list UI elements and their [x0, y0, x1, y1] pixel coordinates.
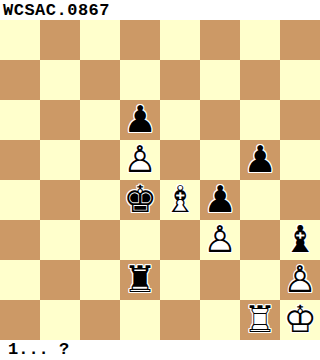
square-h3[interactable]: ♝ [280, 220, 320, 260]
black-pawn: ♟ [120, 100, 160, 140]
square-c8[interactable] [80, 20, 120, 60]
square-a8[interactable] [0, 20, 40, 60]
square-e6[interactable] [160, 100, 200, 140]
square-e7[interactable] [160, 60, 200, 100]
white-rook: ♜♖ [240, 300, 280, 340]
square-c2[interactable] [80, 260, 120, 300]
white-rook-outline: ♖ [240, 300, 280, 340]
square-d5[interactable]: ♟♙ [120, 140, 160, 180]
black-bishop-glyph: ♝ [280, 220, 320, 260]
square-h1[interactable]: ♚♔ [280, 300, 320, 340]
square-e8[interactable] [160, 20, 200, 60]
puzzle-id: WCSAC.0867 [0, 0, 320, 20]
square-d3[interactable] [120, 220, 160, 260]
black-pawn-glyph: ♟ [120, 100, 160, 140]
square-d2[interactable]: ♜ [120, 260, 160, 300]
square-f1[interactable] [200, 300, 240, 340]
square-f4[interactable]: ♟ [200, 180, 240, 220]
square-a3[interactable] [0, 220, 40, 260]
square-g8[interactable] [240, 20, 280, 60]
white-king-outline: ♔ [280, 300, 320, 340]
square-d4[interactable]: ♚ [120, 180, 160, 220]
square-g5[interactable]: ♟ [240, 140, 280, 180]
square-c3[interactable] [80, 220, 120, 260]
square-d6[interactable]: ♟ [120, 100, 160, 140]
square-f6[interactable] [200, 100, 240, 140]
white-king: ♚♔ [280, 300, 320, 340]
black-pawn-glyph: ♟ [240, 140, 280, 180]
square-c7[interactable] [80, 60, 120, 100]
square-e4[interactable]: ♝♗ [160, 180, 200, 220]
square-a6[interactable] [0, 100, 40, 140]
square-d7[interactable] [120, 60, 160, 100]
black-rook-glyph: ♜ [120, 260, 160, 300]
white-pawn: ♟♙ [200, 220, 240, 260]
square-c4[interactable] [80, 180, 120, 220]
square-a1[interactable] [0, 300, 40, 340]
square-d1[interactable] [120, 300, 160, 340]
black-rook: ♜ [120, 260, 160, 300]
black-bishop: ♝ [280, 220, 320, 260]
square-h8[interactable] [280, 20, 320, 60]
square-b7[interactable] [40, 60, 80, 100]
black-king: ♚ [120, 180, 160, 220]
square-e1[interactable] [160, 300, 200, 340]
move-prompt: 1... ? [0, 340, 320, 360]
black-king-glyph: ♚ [120, 180, 160, 220]
black-pawn: ♟ [200, 180, 240, 220]
square-g1[interactable]: ♜♖ [240, 300, 280, 340]
square-g7[interactable] [240, 60, 280, 100]
square-e2[interactable] [160, 260, 200, 300]
chess-diagram-page: WCSAC.0867 ♟♟♙♟♚♝♗♟♟♙♝♜♟♙♜♖♚♔ 1... ? [0, 0, 320, 360]
square-b8[interactable] [40, 20, 80, 60]
square-f2[interactable] [200, 260, 240, 300]
square-e5[interactable] [160, 140, 200, 180]
white-pawn-outline: ♙ [120, 140, 160, 180]
white-pawn-outline: ♙ [200, 220, 240, 260]
square-b5[interactable] [40, 140, 80, 180]
square-e3[interactable] [160, 220, 200, 260]
square-a4[interactable] [0, 180, 40, 220]
square-a2[interactable] [0, 260, 40, 300]
square-g2[interactable] [240, 260, 280, 300]
square-h4[interactable] [280, 180, 320, 220]
square-b6[interactable] [40, 100, 80, 140]
square-g3[interactable] [240, 220, 280, 260]
square-h7[interactable] [280, 60, 320, 100]
square-h6[interactable] [280, 100, 320, 140]
square-g6[interactable] [240, 100, 280, 140]
square-a5[interactable] [0, 140, 40, 180]
white-pawn: ♟♙ [280, 260, 320, 300]
white-bishop-outline: ♗ [160, 180, 200, 220]
square-h5[interactable] [280, 140, 320, 180]
square-c5[interactable] [80, 140, 120, 180]
white-pawn-outline: ♙ [280, 260, 320, 300]
black-pawn-glyph: ♟ [200, 180, 240, 220]
square-d8[interactable] [120, 20, 160, 60]
square-c6[interactable] [80, 100, 120, 140]
white-pawn: ♟♙ [120, 140, 160, 180]
square-b1[interactable] [40, 300, 80, 340]
square-c1[interactable] [80, 300, 120, 340]
white-bishop: ♝♗ [160, 180, 200, 220]
square-f7[interactable] [200, 60, 240, 100]
chess-board: ♟♟♙♟♚♝♗♟♟♙♝♜♟♙♜♖♚♔ [0, 20, 320, 340]
square-b2[interactable] [40, 260, 80, 300]
square-a7[interactable] [0, 60, 40, 100]
square-h2[interactable]: ♟♙ [280, 260, 320, 300]
square-b3[interactable] [40, 220, 80, 260]
square-f5[interactable] [200, 140, 240, 180]
square-f3[interactable]: ♟♙ [200, 220, 240, 260]
black-pawn: ♟ [240, 140, 280, 180]
square-f8[interactable] [200, 20, 240, 60]
square-b4[interactable] [40, 180, 80, 220]
square-g4[interactable] [240, 180, 280, 220]
